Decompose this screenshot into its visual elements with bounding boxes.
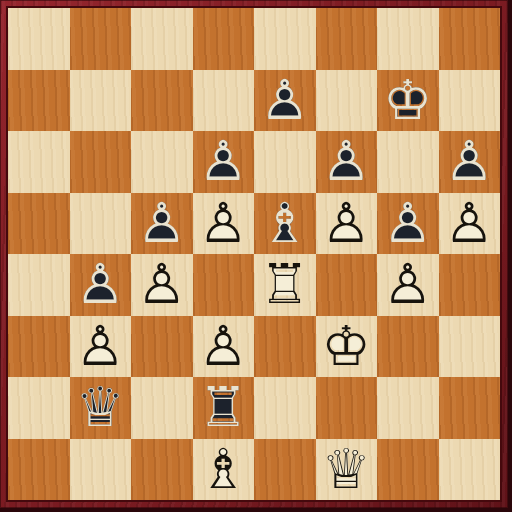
square-e1[interactable] bbox=[254, 439, 316, 501]
square-g3[interactable] bbox=[377, 316, 439, 378]
white-pawn-glyph-outline: ♙ bbox=[131, 254, 193, 316]
square-c5[interactable]: ♟♙ bbox=[131, 193, 193, 255]
square-c4[interactable]: ♟♙ bbox=[131, 254, 193, 316]
black-queen-glyph-outline: ♕ bbox=[70, 377, 132, 439]
square-h1[interactable] bbox=[439, 439, 501, 501]
white-pawn[interactable]: ♟♙ bbox=[70, 316, 132, 378]
white-bishop-glyph-outline: ♗ bbox=[193, 439, 255, 501]
white-queen[interactable]: ♛♕ bbox=[316, 439, 378, 501]
white-pawn-glyph-outline: ♙ bbox=[70, 316, 132, 378]
square-b2[interactable]: ♛♕ bbox=[70, 377, 132, 439]
square-d2[interactable]: ♜♖ bbox=[193, 377, 255, 439]
white-pawn-glyph-outline: ♙ bbox=[193, 316, 255, 378]
black-rook-glyph-outline: ♖ bbox=[193, 377, 255, 439]
square-c6[interactable] bbox=[131, 131, 193, 193]
white-pawn[interactable]: ♟♙ bbox=[439, 193, 501, 255]
black-king-glyph-outline: ♔ bbox=[377, 70, 439, 132]
square-b6[interactable] bbox=[70, 131, 132, 193]
white-pawn[interactable]: ♟♙ bbox=[131, 254, 193, 316]
square-a4[interactable] bbox=[8, 254, 70, 316]
white-rook-glyph-outline: ♖ bbox=[254, 254, 316, 316]
square-a8[interactable] bbox=[8, 8, 70, 70]
black-pawn-glyph-outline: ♙ bbox=[254, 70, 316, 132]
square-b5[interactable] bbox=[70, 193, 132, 255]
square-b1[interactable] bbox=[70, 439, 132, 501]
black-pawn-glyph-outline: ♙ bbox=[316, 131, 378, 193]
black-pawn[interactable]: ♟♙ bbox=[316, 131, 378, 193]
square-h2[interactable] bbox=[439, 377, 501, 439]
black-pawn[interactable]: ♟♙ bbox=[131, 193, 193, 255]
square-g2[interactable] bbox=[377, 377, 439, 439]
square-h7[interactable] bbox=[439, 70, 501, 132]
square-g8[interactable] bbox=[377, 8, 439, 70]
white-king[interactable]: ♚♔ bbox=[316, 316, 378, 378]
white-pawn-glyph-outline: ♙ bbox=[193, 193, 255, 255]
square-b8[interactable] bbox=[70, 8, 132, 70]
black-bishop[interactable]: ♝♗ bbox=[254, 193, 316, 255]
square-c1[interactable] bbox=[131, 439, 193, 501]
square-h3[interactable] bbox=[439, 316, 501, 378]
chess-board: ♟♙♚♔♟♙♟♙♟♙♟♙♟♙♝♗♟♙♟♙♟♙♟♙♟♙♜♖♟♙♟♙♟♙♚♔♛♕♜♖… bbox=[6, 6, 502, 502]
white-pawn-glyph-outline: ♙ bbox=[439, 193, 501, 255]
black-pawn-glyph-outline: ♙ bbox=[193, 131, 255, 193]
white-bishop[interactable]: ♝♗ bbox=[193, 439, 255, 501]
square-a1[interactable] bbox=[8, 439, 70, 501]
black-queen[interactable]: ♛♕ bbox=[70, 377, 132, 439]
square-f4[interactable] bbox=[316, 254, 378, 316]
square-f2[interactable] bbox=[316, 377, 378, 439]
square-d8[interactable] bbox=[193, 8, 255, 70]
square-f5[interactable]: ♟♙ bbox=[316, 193, 378, 255]
square-c7[interactable] bbox=[131, 70, 193, 132]
square-a2[interactable] bbox=[8, 377, 70, 439]
chess-diagram: ♟♙♚♔♟♙♟♙♟♙♟♙♟♙♝♗♟♙♟♙♟♙♟♙♟♙♜♖♟♙♟♙♟♙♚♔♛♕♜♖… bbox=[0, 0, 512, 512]
square-c8[interactable] bbox=[131, 8, 193, 70]
white-pawn-glyph-outline: ♙ bbox=[377, 254, 439, 316]
square-d1[interactable]: ♝♗ bbox=[193, 439, 255, 501]
white-rook[interactable]: ♜♖ bbox=[254, 254, 316, 316]
white-queen-glyph-outline: ♕ bbox=[316, 439, 378, 501]
square-a6[interactable] bbox=[8, 131, 70, 193]
square-g1[interactable] bbox=[377, 439, 439, 501]
square-g4[interactable]: ♟♙ bbox=[377, 254, 439, 316]
square-d3[interactable]: ♟♙ bbox=[193, 316, 255, 378]
black-bishop-glyph-outline: ♗ bbox=[254, 193, 316, 255]
square-d7[interactable] bbox=[193, 70, 255, 132]
black-pawn-glyph-outline: ♙ bbox=[439, 131, 501, 193]
square-h6[interactable]: ♟♙ bbox=[439, 131, 501, 193]
square-h4[interactable] bbox=[439, 254, 501, 316]
white-pawn[interactable]: ♟♙ bbox=[316, 193, 378, 255]
square-b3[interactable]: ♟♙ bbox=[70, 316, 132, 378]
white-king-glyph-outline: ♔ bbox=[316, 316, 378, 378]
black-pawn-glyph-outline: ♙ bbox=[131, 193, 193, 255]
black-pawn[interactable]: ♟♙ bbox=[254, 70, 316, 132]
black-pawn-glyph-outline: ♙ bbox=[70, 254, 132, 316]
square-g6[interactable] bbox=[377, 131, 439, 193]
square-d4[interactable] bbox=[193, 254, 255, 316]
square-c3[interactable] bbox=[131, 316, 193, 378]
black-pawn-glyph-outline: ♙ bbox=[377, 193, 439, 255]
black-pawn[interactable]: ♟♙ bbox=[193, 131, 255, 193]
square-a7[interactable] bbox=[8, 70, 70, 132]
black-rook[interactable]: ♜♖ bbox=[193, 377, 255, 439]
square-e8[interactable] bbox=[254, 8, 316, 70]
black-pawn[interactable]: ♟♙ bbox=[377, 193, 439, 255]
square-g5[interactable]: ♟♙ bbox=[377, 193, 439, 255]
square-e7[interactable]: ♟♙ bbox=[254, 70, 316, 132]
square-f8[interactable] bbox=[316, 8, 378, 70]
square-c2[interactable] bbox=[131, 377, 193, 439]
square-f6[interactable]: ♟♙ bbox=[316, 131, 378, 193]
square-h8[interactable] bbox=[439, 8, 501, 70]
square-e5[interactable]: ♝♗ bbox=[254, 193, 316, 255]
board-frame: ♟♙♚♔♟♙♟♙♟♙♟♙♟♙♝♗♟♙♟♙♟♙♟♙♟♙♜♖♟♙♟♙♟♙♚♔♛♕♜♖… bbox=[0, 0, 508, 508]
black-pawn[interactable]: ♟♙ bbox=[70, 254, 132, 316]
square-e4[interactable]: ♜♖ bbox=[254, 254, 316, 316]
white-pawn[interactable]: ♟♙ bbox=[193, 316, 255, 378]
square-f3[interactable]: ♚♔ bbox=[316, 316, 378, 378]
black-pawn[interactable]: ♟♙ bbox=[439, 131, 501, 193]
white-pawn[interactable]: ♟♙ bbox=[377, 254, 439, 316]
square-d5[interactable]: ♟♙ bbox=[193, 193, 255, 255]
square-e6[interactable] bbox=[254, 131, 316, 193]
square-h5[interactable]: ♟♙ bbox=[439, 193, 501, 255]
square-a5[interactable] bbox=[8, 193, 70, 255]
square-b4[interactable]: ♟♙ bbox=[70, 254, 132, 316]
square-f7[interactable] bbox=[316, 70, 378, 132]
black-king[interactable]: ♚♔ bbox=[377, 70, 439, 132]
square-g7[interactable]: ♚♔ bbox=[377, 70, 439, 132]
square-d6[interactable]: ♟♙ bbox=[193, 131, 255, 193]
square-a3[interactable] bbox=[8, 316, 70, 378]
square-b7[interactable] bbox=[70, 70, 132, 132]
white-pawn[interactable]: ♟♙ bbox=[193, 193, 255, 255]
square-e3[interactable] bbox=[254, 316, 316, 378]
white-pawn-glyph-outline: ♙ bbox=[316, 193, 378, 255]
square-e2[interactable] bbox=[254, 377, 316, 439]
square-f1[interactable]: ♛♕ bbox=[316, 439, 378, 501]
